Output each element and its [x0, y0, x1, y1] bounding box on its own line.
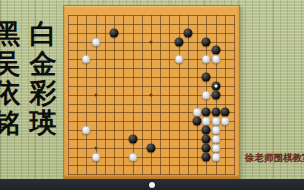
white-stone — [91, 37, 100, 46]
white-stone — [211, 134, 220, 143]
black-stone — [220, 108, 229, 117]
black-stone — [128, 134, 137, 143]
star-point — [149, 40, 152, 43]
black-stone — [174, 37, 183, 46]
white-stone — [202, 117, 211, 126]
black-player-char-2: 依 — [0, 79, 22, 109]
white-stone — [211, 152, 220, 161]
white-stone — [202, 55, 211, 64]
black-stone — [146, 143, 155, 152]
white-player-char-2: 彩 — [28, 79, 58, 109]
black-stone — [202, 37, 211, 46]
black-stone — [202, 152, 211, 161]
white-stone — [220, 117, 229, 126]
white-stone — [91, 152, 100, 161]
star-point — [149, 93, 152, 96]
black-stone — [211, 108, 220, 117]
watermark-text: 徐老师围棋教室 — [245, 152, 304, 165]
white-stone — [128, 152, 137, 161]
white-stone — [211, 143, 220, 152]
black-player-char-1: 吴 — [0, 50, 22, 80]
white-stone — [211, 117, 220, 126]
go-board — [63, 5, 240, 179]
white-stone — [211, 126, 220, 135]
black-stone — [183, 28, 192, 37]
black-stone — [202, 134, 211, 143]
last-move-marker — [214, 84, 217, 87]
white-player-char-1: 金 — [28, 50, 58, 80]
player-column-black: 黑吴依铭 — [0, 20, 22, 138]
black-stone — [211, 46, 220, 55]
black-stone — [211, 81, 220, 90]
white-stone — [193, 108, 202, 117]
black-stone — [202, 108, 211, 117]
black-player-char-0: 黑 — [0, 20, 22, 50]
white-player-char-0: 白 — [28, 20, 58, 50]
black-stone — [202, 126, 211, 135]
white-stone — [82, 126, 91, 135]
white-stone — [82, 55, 91, 64]
white-stone — [174, 55, 183, 64]
white-stone — [211, 55, 220, 64]
star-point — [94, 93, 97, 96]
player-column-white: 白金彩瑛 — [28, 20, 58, 138]
seek-knob[interactable] — [149, 182, 155, 188]
star-point — [94, 146, 97, 149]
black-player-char-3: 铭 — [0, 109, 22, 139]
black-stone — [202, 72, 211, 81]
black-stone — [193, 117, 202, 126]
white-player-char-3: 瑛 — [28, 109, 58, 139]
black-stone — [110, 28, 119, 37]
white-stone — [202, 90, 211, 99]
black-stone — [211, 90, 220, 99]
black-stone — [202, 143, 211, 152]
